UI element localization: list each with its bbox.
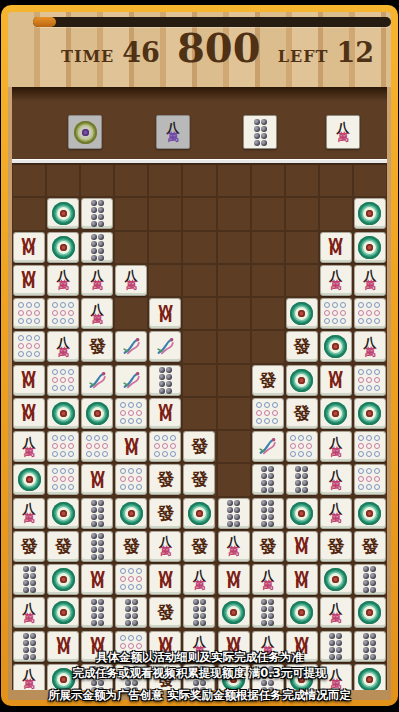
board-cell: WM xyxy=(217,563,251,596)
tile-wm[interactable]: WM xyxy=(149,564,181,595)
board-cell xyxy=(182,364,216,397)
score-value: 800 xyxy=(177,28,261,68)
tile-green-dragon[interactable]: 發 xyxy=(183,531,215,562)
tile-one-dot[interactable] xyxy=(13,464,45,495)
tile-eight-dot[interactable] xyxy=(183,597,215,628)
disclaimer-line: 具体金额以活动细则及实际完成任务为准 xyxy=(0,649,399,665)
one-dot-icon xyxy=(358,202,381,225)
tile-eight-wan[interactable]: 八萬 xyxy=(13,498,45,529)
left-label: LEFT xyxy=(278,47,329,66)
green-dragon-icon: 發 xyxy=(191,438,208,455)
eight-wan-icon: 八萬 xyxy=(329,436,342,458)
eight-wan-icon: 八萬 xyxy=(227,535,240,557)
tile-eight-wan[interactable]: 八萬 xyxy=(13,431,45,462)
stats-row: TIME 46 800 LEFT 12 xyxy=(1,28,398,68)
wm-icon: WM xyxy=(21,405,36,421)
tile-one-dot[interactable] xyxy=(286,365,318,396)
tile-eight-dot[interactable] xyxy=(81,198,113,229)
board-cell xyxy=(148,164,182,197)
tile-eight-dot[interactable] xyxy=(149,365,181,396)
nine-dot-icon xyxy=(290,435,313,458)
tile-eight-wan[interactable]: 八萬 xyxy=(218,531,250,562)
board-cell xyxy=(353,596,387,629)
one-dot-icon xyxy=(222,601,245,624)
tile-green-dragon[interactable]: 發 xyxy=(149,498,181,529)
board-cell xyxy=(46,430,80,463)
tile-green-dragon[interactable]: 發 xyxy=(252,365,284,396)
one-dot-icon xyxy=(358,402,381,425)
tile-green-dragon[interactable]: 發 xyxy=(149,464,181,495)
tile-wm[interactable]: WM xyxy=(149,398,181,429)
tile-one-dot[interactable] xyxy=(320,564,352,595)
time-group: TIME 46 xyxy=(61,37,160,68)
board-cell xyxy=(251,164,285,197)
board-cell xyxy=(114,297,148,330)
wm-icon: WM xyxy=(294,538,309,554)
tile-one-dot[interactable] xyxy=(320,331,352,362)
board-cell xyxy=(251,397,285,430)
nine-dot-icon xyxy=(358,468,381,491)
tile-wm[interactable]: WM xyxy=(286,531,318,562)
eight-wan-icon: 八萬 xyxy=(329,269,342,291)
board-cell: WM xyxy=(114,430,148,463)
tile-eight-dot[interactable] xyxy=(81,498,113,529)
tile-eight-wan[interactable]: 八萬 xyxy=(320,597,352,628)
board-cell xyxy=(80,397,114,430)
tile-one-bamboo-bird[interactable] xyxy=(149,331,181,362)
board-cell xyxy=(148,264,182,297)
board-cell: 八萬 xyxy=(46,264,80,297)
board-cell xyxy=(80,430,114,463)
one-dot-icon xyxy=(324,568,347,591)
board-cell: 八萬 xyxy=(319,463,353,496)
tile-green-dragon[interactable]: 發 xyxy=(149,597,181,628)
board-cell xyxy=(182,197,216,230)
board-cell xyxy=(217,164,251,197)
eight-wan-icon: 八萬 xyxy=(363,336,376,358)
wm-icon: WM xyxy=(90,472,105,488)
target-slot-eight-wan: 八萬 xyxy=(156,115,190,149)
board-cell xyxy=(217,397,251,430)
eight-wan-icon: 八萬 xyxy=(91,303,104,325)
board-cell: 八萬 xyxy=(80,297,114,330)
tile-eight-dot[interactable] xyxy=(218,498,250,529)
board-cell xyxy=(182,231,216,264)
green-dragon-icon: 發 xyxy=(157,471,174,488)
nine-dot-icon xyxy=(52,302,75,325)
one-dot-icon xyxy=(52,601,75,624)
tile-eight-wan[interactable]: 八萬 xyxy=(47,265,79,296)
tile-wm[interactable]: WM xyxy=(115,431,147,462)
board-cell: 八萬 xyxy=(182,563,216,596)
wm-icon: WM xyxy=(226,572,241,588)
tile-one-dot[interactable] xyxy=(354,597,386,628)
board-cell: 八萬 xyxy=(319,497,353,530)
board-cell xyxy=(251,264,285,297)
tile-eight-dot[interactable] xyxy=(252,597,284,628)
board-cell xyxy=(46,563,80,596)
board-cell xyxy=(353,497,387,530)
wm-icon: WM xyxy=(21,372,36,388)
tile-nine-dot[interactable] xyxy=(149,431,181,462)
green-dragon-icon: 發 xyxy=(89,338,106,355)
tile-eight-wan[interactable]: 八萬 xyxy=(81,265,113,296)
wm-icon: WM xyxy=(328,372,343,388)
tile-nine-dot[interactable] xyxy=(286,431,318,462)
tile-nine-dot[interactable] xyxy=(354,431,386,462)
tile-one-dot[interactable] xyxy=(354,198,386,229)
board-cell xyxy=(217,264,251,297)
tile-green-dragon[interactable]: 發 xyxy=(286,398,318,429)
one-dot-icon xyxy=(52,502,75,525)
board-cell: 發 xyxy=(80,330,114,363)
board-cell xyxy=(285,497,319,530)
board-cell: 八萬 xyxy=(319,264,353,297)
tile-nine-dot[interactable] xyxy=(47,298,79,329)
orange-frame: TIME 46 800 LEFT 12 八萬八萬 WMWMWM八萬八萬八萬八萬八… xyxy=(1,5,398,706)
board-cell xyxy=(46,497,80,530)
tile-nine-dot[interactable] xyxy=(81,431,113,462)
one-bamboo-bird-icon xyxy=(121,370,142,391)
time-value: 46 xyxy=(122,37,160,68)
tile-green-dragon[interactable]: 發 xyxy=(183,464,215,495)
tile-one-dot[interactable] xyxy=(81,398,113,429)
green-dragon-icon: 發 xyxy=(157,505,174,522)
tile-eight-wan[interactable]: 八萬 xyxy=(252,564,284,595)
one-dot-icon xyxy=(290,302,313,325)
board-cell xyxy=(114,563,148,596)
tile-wm[interactable]: WM xyxy=(320,365,352,396)
game-screen: TIME 46 800 LEFT 12 八萬八萬 WMWMWM八萬八萬八萬八萬八… xyxy=(0,0,399,712)
board-cell: 八萬 xyxy=(353,330,387,363)
board-cell xyxy=(285,297,319,330)
board-cell: 發 xyxy=(251,364,285,397)
nine-dot-icon xyxy=(86,435,109,458)
board-frame: 八萬八萬 WMWMWM八萬八萬八萬八萬八萬八萬WM八萬發發八萬WM發WMWMWM… xyxy=(8,87,391,700)
eight-dot-icon xyxy=(91,234,104,261)
tile-green-dragon[interactable]: 發 xyxy=(252,531,284,562)
green-dragon-icon: 發 xyxy=(157,604,174,621)
board-cell: 八萬 xyxy=(114,264,148,297)
tile-green-dragon[interactable]: 發 xyxy=(183,431,215,462)
board-cell xyxy=(285,463,319,496)
tile-wm[interactable]: WM xyxy=(13,365,45,396)
board-cell xyxy=(285,364,319,397)
one-dot-icon xyxy=(120,502,143,525)
board-cell: WM xyxy=(12,397,46,430)
eight-wan-icon: 八萬 xyxy=(23,602,36,624)
board-cell xyxy=(182,264,216,297)
board-cell xyxy=(114,164,148,197)
eight-dot-icon xyxy=(23,566,36,593)
board-cell: WM xyxy=(319,364,353,397)
tile-one-dot[interactable] xyxy=(286,498,318,529)
eight-dot-icon xyxy=(91,599,104,626)
tile-one-bamboo-bird[interactable] xyxy=(115,331,147,362)
tile-nine-dot[interactable] xyxy=(354,464,386,495)
one-bamboo-bird-icon xyxy=(155,336,176,357)
tile-nine-dot[interactable] xyxy=(115,564,147,595)
tile-one-dot[interactable] xyxy=(320,398,352,429)
board-cell: WM xyxy=(285,530,319,563)
tile-wm[interactable]: WM xyxy=(218,564,250,595)
tile-one-dot[interactable] xyxy=(47,498,79,529)
tile-one-dot[interactable] xyxy=(286,597,318,628)
tile-green-dragon[interactable]: 發 xyxy=(320,531,352,562)
board-cell xyxy=(46,364,80,397)
tile-eight-wan[interactable]: 八萬 xyxy=(320,265,352,296)
disclaimer-line: 所展示金额为广告创意 实际奖励金额根据任务完成情况而定 xyxy=(0,687,399,703)
eight-dot-icon xyxy=(159,367,172,394)
eight-wan-icon: 八萬 xyxy=(23,436,36,458)
tile-one-dot[interactable] xyxy=(47,398,79,429)
eight-dot-icon xyxy=(261,466,274,493)
tile-one-bamboo-bird[interactable] xyxy=(81,365,113,396)
tile-nine-dot[interactable] xyxy=(115,398,147,429)
tile-one-dot[interactable] xyxy=(286,298,318,329)
board-cell: WM xyxy=(148,297,182,330)
board-cell xyxy=(285,264,319,297)
eight-dot-icon xyxy=(125,599,138,626)
board-cell xyxy=(46,596,80,629)
board-cell xyxy=(319,330,353,363)
tile-one-dot[interactable] xyxy=(354,232,386,263)
tile-wm[interactable]: WM xyxy=(13,265,45,296)
board-cell xyxy=(285,596,319,629)
tile-one-bamboo-bird[interactable] xyxy=(115,365,147,396)
left-value: 12 xyxy=(336,37,374,68)
board-cell xyxy=(114,364,148,397)
nine-dot-icon xyxy=(358,435,381,458)
tile-wm[interactable]: WM xyxy=(320,232,352,263)
board-cell: 八萬 xyxy=(353,264,387,297)
tile-one-dot[interactable] xyxy=(47,198,79,229)
tile-nine-dot[interactable] xyxy=(115,464,147,495)
tile-wm[interactable]: WM xyxy=(286,564,318,595)
tile-eight-wan[interactable]: 八萬 xyxy=(47,331,79,362)
tile-one-dot[interactable] xyxy=(47,597,79,628)
tile-eight-dot[interactable] xyxy=(252,464,284,495)
tile-one-dot[interactable] xyxy=(354,398,386,429)
board-cell xyxy=(46,397,80,430)
board-cell xyxy=(114,397,148,430)
board-cell xyxy=(148,197,182,230)
green-dragon-icon: 發 xyxy=(55,538,72,555)
tile-nine-dot[interactable] xyxy=(13,298,45,329)
nine-dot-icon xyxy=(120,468,143,491)
board-cell xyxy=(285,430,319,463)
tile-eight-dot[interactable] xyxy=(81,597,113,628)
board-cell xyxy=(251,297,285,330)
tile-eight-wan[interactable]: 八萬 xyxy=(354,265,386,296)
tile-eight-wan[interactable]: 八萬 xyxy=(115,265,147,296)
wm-icon: WM xyxy=(21,272,36,288)
tile-eight-wan[interactable]: 八萬 xyxy=(13,597,45,628)
one-bamboo-bird-icon xyxy=(87,370,108,391)
board-cell xyxy=(12,330,46,363)
tile-one-dot[interactable] xyxy=(47,232,79,263)
board-cell xyxy=(80,497,114,530)
tile-nine-dot[interactable] xyxy=(13,331,45,362)
eight-wan-icon: 八萬 xyxy=(363,269,376,291)
target-slot-one-dot xyxy=(68,115,102,149)
tile-one-dot[interactable] xyxy=(47,564,79,595)
board-cell xyxy=(217,463,251,496)
tile-green-dragon[interactable]: 發 xyxy=(47,531,79,562)
board-cell: WM xyxy=(148,397,182,430)
board-cell xyxy=(80,164,114,197)
board-cell xyxy=(182,164,216,197)
board-cell xyxy=(353,364,387,397)
board-cell xyxy=(251,197,285,230)
tile-nine-dot[interactable] xyxy=(320,298,352,329)
board-cell: 八萬 xyxy=(319,430,353,463)
board-cell: 八萬 xyxy=(80,264,114,297)
tile-eight-dot[interactable] xyxy=(81,531,113,562)
tile-green-dragon[interactable]: 發 xyxy=(81,331,113,362)
wm-icon: WM xyxy=(158,405,173,421)
disclaimer-line: 完成任务或观看视频积累提现额度 满0.3元可提现 xyxy=(0,665,399,681)
board-cell xyxy=(182,497,216,530)
board-cell: 八萬 xyxy=(217,530,251,563)
tile-grid: WMWMWM八萬八萬八萬八萬八萬八萬WM八萬發發八萬WM發WMWMWM發八萬WM… xyxy=(12,164,387,690)
one-dot-icon xyxy=(86,402,109,425)
eight-wan-icon: 八萬 xyxy=(329,502,342,524)
tile-nine-dot[interactable] xyxy=(354,298,386,329)
board-cell: 發 xyxy=(114,530,148,563)
header: TIME 46 800 LEFT 12 xyxy=(1,10,398,80)
tile-eight-wan[interactable]: 八萬 xyxy=(149,531,181,562)
target-slot-eight-wan: 八萬 xyxy=(326,115,360,149)
board-cell xyxy=(46,164,80,197)
tile-eight-wan[interactable]: 八萬 xyxy=(183,564,215,595)
wm-icon: WM xyxy=(90,572,105,588)
board-cell xyxy=(182,330,216,363)
board-cell xyxy=(148,231,182,264)
tile-one-dot[interactable] xyxy=(115,498,147,529)
board-cell: 發 xyxy=(353,530,387,563)
tile-nine-dot[interactable] xyxy=(252,398,284,429)
tile-wm[interactable]: WM xyxy=(149,298,181,329)
tile-green-dragon[interactable]: 發 xyxy=(286,331,318,362)
board-cell: WM xyxy=(12,264,46,297)
green-dragon-icon: 發 xyxy=(191,471,208,488)
one-dot-icon xyxy=(290,601,313,624)
left-group: LEFT 12 xyxy=(278,37,374,68)
tile-one-dot[interactable] xyxy=(354,498,386,529)
board-cell: 發 xyxy=(148,596,182,629)
board-cell xyxy=(12,164,46,197)
green-dragon-icon: 發 xyxy=(293,405,310,422)
board-cell xyxy=(182,397,216,430)
one-dot-icon xyxy=(52,568,75,591)
one-bamboo-bird-icon xyxy=(121,336,142,357)
eight-wan-icon: 八萬 xyxy=(23,502,36,524)
board-cell: 八萬 xyxy=(12,430,46,463)
board-cell xyxy=(80,231,114,264)
nine-dot-icon xyxy=(52,435,75,458)
tile-eight-wan[interactable]: 八萬 xyxy=(320,464,352,495)
tile-wm[interactable]: WM xyxy=(13,232,45,263)
board-cell xyxy=(80,197,114,230)
nine-dot-icon xyxy=(120,402,143,425)
tile-one-dot[interactable] xyxy=(218,597,250,628)
board-cell xyxy=(353,231,387,264)
board-top-shadow xyxy=(12,87,387,102)
tile-green-dragon[interactable]: 發 xyxy=(354,531,386,562)
board-cell: 發 xyxy=(12,530,46,563)
tile-eight-wan[interactable]: 八萬 xyxy=(320,431,352,462)
eight-wan-icon: 八萬 xyxy=(329,602,342,624)
wm-icon: WM xyxy=(21,239,36,255)
nine-dot-icon xyxy=(324,302,347,325)
eight-dot-icon xyxy=(227,500,240,527)
tile-one-bamboo-bird[interactable] xyxy=(252,431,284,462)
tile-eight-dot[interactable] xyxy=(81,232,113,263)
board-cell xyxy=(285,164,319,197)
board-cell xyxy=(251,330,285,363)
tile-wm[interactable]: WM xyxy=(81,464,113,495)
tile-eight-dot[interactable] xyxy=(115,597,147,628)
board-cell xyxy=(80,530,114,563)
tile-wm[interactable]: WM xyxy=(13,398,45,429)
tile-eight-wan[interactable]: 八萬 xyxy=(320,498,352,529)
eight-wan-icon: 八萬 xyxy=(159,535,172,557)
eight-dot-icon xyxy=(91,200,104,227)
tile-one-dot[interactable] xyxy=(183,498,215,529)
green-dragon-icon: 發 xyxy=(327,538,344,555)
board-cell xyxy=(251,463,285,496)
board-cell xyxy=(251,596,285,629)
board-cell xyxy=(217,596,251,629)
nine-dot-icon xyxy=(52,468,75,491)
board-cell: 八萬 xyxy=(251,563,285,596)
nine-dot-icon xyxy=(52,369,75,392)
tile-wm[interactable]: WM xyxy=(81,564,113,595)
target-slot-eight-dot xyxy=(243,115,277,149)
tile-eight-dot[interactable] xyxy=(252,498,284,529)
tile-nine-dot[interactable] xyxy=(47,431,79,462)
tile-eight-wan[interactable]: 八萬 xyxy=(81,298,113,329)
tile-nine-dot[interactable] xyxy=(47,365,79,396)
tile-eight-dot[interactable] xyxy=(13,564,45,595)
board-cell: WM xyxy=(319,231,353,264)
board-cell xyxy=(12,197,46,230)
tile-nine-dot[interactable] xyxy=(354,365,386,396)
wm-icon: WM xyxy=(294,572,309,588)
tile-nine-dot[interactable] xyxy=(47,464,79,495)
tile-eight-wan[interactable]: 八萬 xyxy=(354,331,386,362)
board-cell xyxy=(12,463,46,496)
nine-dot-icon xyxy=(18,302,41,325)
green-dragon-icon: 發 xyxy=(123,538,140,555)
board-cell xyxy=(353,397,387,430)
wm-icon: WM xyxy=(158,572,173,588)
board-cell xyxy=(353,463,387,496)
tile-eight-dot[interactable] xyxy=(354,564,386,595)
board-cell xyxy=(182,596,216,629)
eight-dot-icon xyxy=(295,466,308,493)
board-cell xyxy=(46,231,80,264)
eight-wan-icon: 八萬 xyxy=(91,269,104,291)
green-dragon-icon: 發 xyxy=(293,338,310,355)
tile-green-dragon[interactable]: 發 xyxy=(13,531,45,562)
tile-eight-dot[interactable] xyxy=(286,464,318,495)
board-cell: 八萬 xyxy=(46,330,80,363)
tile-green-dragon[interactable]: 發 xyxy=(115,531,147,562)
board-cell: 發 xyxy=(182,530,216,563)
wm-icon: WM xyxy=(124,439,139,455)
